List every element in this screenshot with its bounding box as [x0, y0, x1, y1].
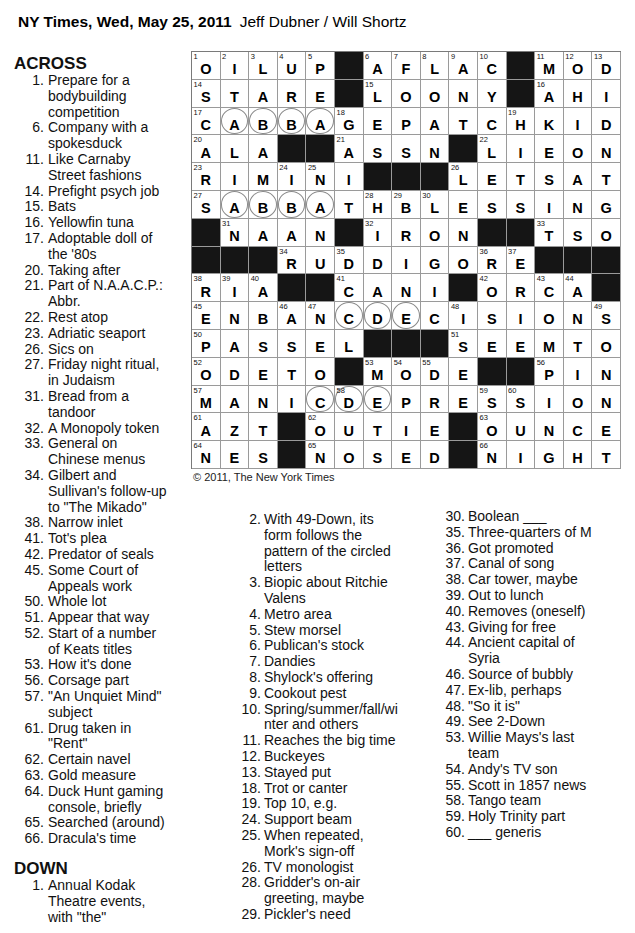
grid-cell[interactable]: S	[249, 441, 278, 469]
grid-cell[interactable]: A	[221, 330, 250, 358]
grid-cell[interactable]: N	[592, 358, 621, 386]
grid-cell[interactable]: B	[249, 108, 278, 136]
grid-cell[interactable]: A	[278, 219, 307, 247]
grid-cell[interactable]: N	[249, 386, 278, 414]
clue-down-18: 18.Trot or canter	[231, 781, 399, 797]
grid-cell[interactable]: E	[364, 108, 393, 136]
grid-cell[interactable]: 35D	[335, 247, 364, 275]
grid-cell[interactable]: Y	[478, 80, 507, 108]
clue-number: 38.	[14, 515, 48, 531]
cell-number: 27	[194, 191, 202, 200]
clue-text: Stew morsel	[264, 623, 398, 639]
clue-number: 28.	[231, 875, 264, 907]
clue-down-49: 49.See 2-Down	[437, 714, 592, 730]
cell-letter: I	[564, 118, 592, 133]
grid-cell[interactable]: D	[364, 302, 393, 330]
grid-cell[interactable]: 39I	[221, 274, 250, 302]
clue-down-37: 37.Canal of song	[437, 556, 592, 572]
grid-cell[interactable]: A	[306, 191, 335, 219]
grid-cell[interactable]: O	[564, 135, 593, 163]
cell-number: 52	[194, 358, 202, 367]
grid-cell[interactable]: 14S	[192, 80, 221, 108]
cell-number: 23	[194, 163, 202, 172]
clue-text: Prepare for a bodybuilding competition	[48, 73, 168, 120]
clue-number: 34.	[14, 468, 48, 515]
grid-cell[interactable]: 61A	[192, 413, 221, 441]
grid-cell[interactable]: I	[507, 135, 536, 163]
cell-number: 19	[508, 108, 516, 117]
grid-cell[interactable]: C	[564, 413, 593, 441]
grid-cell[interactable]: T	[335, 191, 364, 219]
grid-cell[interactable]: A	[249, 135, 278, 163]
grid-cell[interactable]: L	[221, 135, 250, 163]
grid-cell[interactable]: I	[278, 386, 307, 414]
cell-number: 3	[251, 52, 255, 61]
grid-cell[interactable]: G	[592, 191, 621, 219]
grid-cell[interactable]: O	[421, 80, 450, 108]
grid-cell[interactable]: B	[278, 108, 307, 136]
grid-cell[interactable]: S	[364, 135, 393, 163]
clue-down-47: 47.Ex-lib, perhaps	[437, 683, 592, 699]
grid-cell[interactable]: 51S	[449, 330, 478, 358]
grid-cell[interactable]: 34R	[278, 247, 307, 275]
down-clue-list-part3: 30.Boolean ___35.Three-quarters of M36.G…	[437, 509, 592, 841]
grid-cell[interactable]: 41C	[335, 274, 364, 302]
grid-cell[interactable]: 58D	[335, 386, 364, 414]
grid-cell[interactable]: 54O	[392, 358, 421, 386]
grid-cell[interactable]: T	[278, 358, 307, 386]
grid-cell[interactable]: A	[306, 108, 335, 136]
grid-cell[interactable]: 26L	[449, 163, 478, 191]
cell-letter: N	[306, 312, 334, 327]
black-cell	[306, 135, 335, 163]
grid-cell[interactable]: T	[592, 163, 621, 191]
clue-text: Scott in 1857 news	[468, 778, 592, 794]
grid-cell[interactable]: 15L	[364, 80, 393, 108]
grid-cell[interactable]: M	[535, 330, 564, 358]
grid-cell[interactable]: H	[564, 441, 593, 469]
grid-cell[interactable]: M	[249, 163, 278, 191]
grid-cell[interactable]: P	[392, 108, 421, 136]
grid-cell[interactable]: N	[392, 274, 421, 302]
cell-letter: N	[306, 229, 334, 244]
grid-cell[interactable]: 44A	[564, 274, 593, 302]
grid-cell[interactable]: 25N	[306, 163, 335, 191]
cell-letter: Y	[478, 90, 506, 105]
grid-cell[interactable]: 64N	[192, 441, 221, 469]
clue-down-26: 26.TV monologist	[231, 860, 399, 876]
clue-across-33: 33.General on Chinese menus	[14, 436, 172, 468]
grid-cell[interactable]: G	[535, 441, 564, 469]
clue-down-9: 9.Cookout pest	[231, 686, 399, 702]
grid-cell[interactable]: I	[507, 441, 536, 469]
clue-text: TV monologist	[264, 860, 398, 876]
grid-cell[interactable]: 16A	[535, 80, 564, 108]
cell-number: 64	[194, 441, 202, 450]
grid-cell[interactable]: 20A	[192, 135, 221, 163]
grid-cell[interactable]: S	[535, 163, 564, 191]
grid-cell[interactable]: I	[221, 163, 250, 191]
cell-letter: D	[364, 312, 392, 327]
grid-cell[interactable]: 18G	[335, 108, 364, 136]
grid-cell[interactable]: I	[421, 274, 450, 302]
grid-cell[interactable]: T	[364, 413, 393, 441]
grid-cell[interactable]: I	[564, 358, 593, 386]
cell-number: 4	[279, 52, 283, 61]
grid-cell[interactable]: Z	[221, 413, 250, 441]
cell-number: 12	[565, 52, 573, 61]
grid-cell[interactable]: N	[421, 135, 450, 163]
clue-across-23: 23.Adriatic seaport	[14, 326, 172, 342]
grid-cell[interactable]: A	[221, 191, 250, 219]
cell-letter: E	[507, 340, 535, 355]
clue-text: Some Court of Appeals work	[48, 563, 168, 595]
grid-cell[interactable]: S	[249, 330, 278, 358]
grid-cell[interactable]: 45E	[192, 302, 221, 330]
grid-cell[interactable]: N	[592, 135, 621, 163]
grid-cell[interactable]: G	[421, 247, 450, 275]
cell-number: 31	[222, 219, 230, 228]
grid-cell[interactable]: 38R	[192, 274, 221, 302]
grid-cell[interactable]: C	[335, 302, 364, 330]
cell-number: 9	[451, 52, 455, 61]
grid-cell[interactable]: T	[507, 163, 536, 191]
grid-cell[interactable]: 24I	[278, 163, 307, 191]
grid-cell[interactable]: T	[221, 80, 250, 108]
cell-number: 63	[480, 413, 488, 422]
grid-cell[interactable]: E	[392, 441, 421, 469]
cell-number: 30	[422, 191, 430, 200]
clue-number: 36.	[437, 541, 468, 557]
grid-cell[interactable]: N	[449, 80, 478, 108]
grid-cell[interactable]: 50P	[192, 330, 221, 358]
cell-number: 18	[337, 108, 345, 117]
grid-cell[interactable]: 27S	[192, 191, 221, 219]
grid-cell[interactable]: A	[221, 108, 250, 136]
cell-letter: A	[564, 173, 592, 188]
cell-letter: O	[592, 340, 620, 355]
grid-cell[interactable]: E	[306, 80, 335, 108]
grid-cell[interactable]: 62O	[306, 413, 335, 441]
cell-letter: D	[592, 118, 620, 133]
grid-cell[interactable]: 33T	[535, 219, 564, 247]
grid-cell[interactable]: I	[564, 108, 593, 136]
cell-number: 36	[480, 247, 488, 256]
clue-number: 60.	[437, 825, 468, 841]
grid-cell[interactable]: L	[335, 330, 364, 358]
clue-text: Trot or canter	[264, 781, 398, 797]
grid-cell[interactable]: K	[535, 108, 564, 136]
grid-cell[interactable]: C	[478, 108, 507, 136]
grid-cell[interactable]: R	[507, 274, 536, 302]
grid-cell[interactable]: O	[592, 219, 621, 247]
cell-number: 47	[308, 302, 316, 311]
grid-cell[interactable]: 21A	[335, 135, 364, 163]
grid-cell[interactable]: E	[449, 358, 478, 386]
grid-cell[interactable]: 56P	[535, 358, 564, 386]
grid-cell[interactable]: N	[449, 219, 478, 247]
clue-down-4: 4.Metro area	[231, 607, 399, 623]
cell-letter: D	[221, 368, 249, 383]
grid-cell[interactable]: 8L	[421, 52, 450, 80]
grid-cell[interactable]: 43C	[535, 274, 564, 302]
grid-cell[interactable]: 57M	[192, 386, 221, 414]
grid-cell[interactable]: A	[364, 274, 393, 302]
grid-cell[interactable]: 55D	[421, 358, 450, 386]
grid-cell[interactable]: N	[221, 302, 250, 330]
cell-letter: A	[192, 424, 220, 439]
grid-cell[interactable]: N	[535, 413, 564, 441]
cell-letter: E	[392, 451, 420, 466]
clue-number: 40.	[437, 604, 468, 620]
grid-cell[interactable]: N	[306, 219, 335, 247]
clue-text: Adoptable doll of the '80s	[48, 231, 168, 263]
clue-across-27: 27.Friday night ritual, in Judaism	[14, 357, 172, 389]
cell-number: 42	[480, 274, 488, 283]
grid-cell[interactable]: 9A	[449, 52, 478, 80]
grid-cell[interactable]: I	[392, 413, 421, 441]
cell-number: 24	[279, 163, 287, 172]
grid-cell[interactable]: 29B	[392, 191, 421, 219]
cell-letter: I	[278, 173, 306, 188]
grid-cell[interactable]: 1O	[192, 52, 221, 80]
cell-letter: E	[592, 424, 620, 439]
cell-letter: R	[278, 257, 306, 272]
grid-cell[interactable]: E	[392, 302, 421, 330]
cell-letter: A	[221, 118, 249, 133]
grid-cell[interactable]: O	[592, 330, 621, 358]
grid-cell[interactable]: S	[278, 330, 307, 358]
grid-cell[interactable]: 3L	[249, 52, 278, 80]
grid-cell[interactable]: N	[564, 191, 593, 219]
grid-cell[interactable]: O	[421, 219, 450, 247]
grid-cell[interactable]: S	[364, 441, 393, 469]
cell-number: 33	[537, 219, 545, 228]
grid-cell[interactable]: O	[335, 441, 364, 469]
cell-number: 1	[194, 52, 198, 61]
grid-cell[interactable]: 11M	[535, 52, 564, 80]
clue-down-25: 25.When repeated, Mork's sign-off	[231, 828, 399, 860]
grid-cell[interactable]: 17C	[192, 108, 221, 136]
clue-across-61: 61.Drug taken in "Rent"	[14, 721, 172, 753]
cell-letter: N	[449, 90, 477, 105]
grid-cell[interactable]: O	[564, 386, 593, 414]
clue-text: Annual Kodak Theatre events, with "the"	[48, 878, 168, 925]
cell-number: 51	[451, 330, 459, 339]
grid-cell[interactable]: E	[249, 358, 278, 386]
grid-cell[interactable]: 7F	[392, 52, 421, 80]
cell-letter: P	[535, 368, 563, 383]
grid-cell[interactable]: S	[507, 191, 536, 219]
grid-cell[interactable]: A	[564, 163, 593, 191]
grid-cell[interactable]: U	[507, 413, 536, 441]
grid-cell[interactable]: D	[221, 358, 250, 386]
grid-cell[interactable]: E	[221, 441, 250, 469]
grid-cell[interactable]: E	[478, 163, 507, 191]
grid-cell[interactable]: 63O	[478, 413, 507, 441]
grid-cell[interactable]: S	[392, 135, 421, 163]
black-cell	[335, 219, 364, 247]
grid-cell[interactable]: 37E	[507, 247, 536, 275]
grid-cell[interactable]: E	[478, 330, 507, 358]
black-cell	[535, 247, 564, 275]
grid-cell[interactable]: E	[449, 191, 478, 219]
grid-cell[interactable]: I	[535, 191, 564, 219]
grid-cell[interactable]: N	[592, 386, 621, 414]
cell-letter: B	[278, 201, 306, 216]
grid-cell[interactable]: E	[535, 135, 564, 163]
grid-cell[interactable]: 22L	[478, 135, 507, 163]
clue-number: 46.	[437, 667, 468, 683]
clue-text: Bats	[48, 199, 168, 215]
black-cell	[449, 274, 478, 302]
grid-cell[interactable]: C	[306, 386, 335, 414]
grid-cell[interactable]: 53M	[364, 358, 393, 386]
grid-cell[interactable]: R	[392, 219, 421, 247]
cell-letter: N	[306, 173, 334, 188]
grid-cell[interactable]: 66N	[478, 441, 507, 469]
grid-cell[interactable]: T	[249, 413, 278, 441]
cell-number: 14	[194, 80, 202, 89]
cell-letter: E	[449, 368, 477, 383]
grid-cell[interactable]: 10C	[478, 52, 507, 80]
grid-cell[interactable]: 47N	[306, 302, 335, 330]
grid-cell[interactable]: I	[507, 302, 536, 330]
black-cell	[392, 163, 421, 191]
grid-cell[interactable]: S	[478, 191, 507, 219]
grid-cell[interactable]: N	[564, 302, 593, 330]
clue-number: 31.	[14, 389, 48, 421]
clue-text: Spring/summer/fall/winter and others	[264, 702, 398, 734]
grid-cell[interactable]: S	[564, 219, 593, 247]
clue-number: 8.	[231, 670, 264, 686]
clue-across-53: 53.How it's done	[14, 657, 172, 673]
grid-cell[interactable]: E	[449, 386, 478, 414]
cell-letter: O	[192, 368, 220, 383]
grid-cell[interactable]: E	[364, 386, 393, 414]
clue-number: 32.	[14, 421, 48, 437]
clue-down-24: 24.Support beam	[231, 812, 399, 828]
grid-cell[interactable]: T	[592, 441, 621, 469]
grid-cell[interactable]: E	[306, 330, 335, 358]
grid-cell[interactable]: 12O	[564, 52, 593, 80]
grid-cell[interactable]: I	[592, 80, 621, 108]
grid-cell[interactable]: E	[507, 330, 536, 358]
grid-cell[interactable]: 19H	[507, 108, 536, 136]
cell-letter: S	[478, 396, 506, 411]
cell-letter: S	[392, 146, 420, 161]
grid-cell[interactable]: 49S	[592, 302, 621, 330]
cell-letter: H	[364, 201, 392, 216]
grid-cell[interactable]: 2I	[221, 52, 250, 80]
grid-cell[interactable]: A	[221, 386, 250, 414]
grid-cell[interactable]: I	[392, 247, 421, 275]
grid-cell[interactable]: 48I	[449, 302, 478, 330]
cell-number: 29	[394, 191, 402, 200]
grid-cell[interactable]: R	[421, 386, 450, 414]
cell-letter: O	[564, 146, 592, 161]
grid-cell[interactable]: O	[449, 247, 478, 275]
cell-number: 35	[337, 247, 345, 256]
grid-cell[interactable]: 36R	[478, 247, 507, 275]
clue-across-42: 42.Predator of seals	[14, 547, 172, 563]
grid-cell[interactable]: P	[392, 386, 421, 414]
clue-text: Holy Trinity part	[468, 809, 592, 825]
cell-letter: S	[507, 396, 535, 411]
black-cell	[449, 135, 478, 163]
grid-cell[interactable]: 13D	[592, 52, 621, 80]
grid-cell[interactable]: D	[592, 108, 621, 136]
grid-cell[interactable]: B	[278, 191, 307, 219]
clue-down-55: 55.Scott in 1857 news	[437, 778, 592, 794]
grid-cell[interactable]: 40A	[249, 274, 278, 302]
cell-letter: C	[306, 396, 334, 411]
grid-cell[interactable]: T	[564, 330, 593, 358]
grid-cell[interactable]: U	[335, 413, 364, 441]
grid-cell[interactable]: 23R	[192, 163, 221, 191]
cell-letter: R	[392, 229, 420, 244]
cell-letter: A	[449, 62, 477, 77]
clue-number: 44.	[437, 635, 468, 667]
grid-cell[interactable]: 42O	[478, 274, 507, 302]
clue-down-29: 29.Pickler's need	[231, 907, 399, 923]
grid-cell[interactable]: A	[421, 108, 450, 136]
grid-cell[interactable]: I	[535, 386, 564, 414]
grid-cell[interactable]: I	[335, 163, 364, 191]
grid-cell[interactable]: U	[306, 247, 335, 275]
grid-cell[interactable]: E	[421, 413, 450, 441]
grid-cell[interactable]: 28H	[364, 191, 393, 219]
grid-cell[interactable]: 59S	[478, 386, 507, 414]
grid-cell[interactable]: 4U	[278, 52, 307, 80]
grid-cell[interactable]: 46A	[278, 302, 307, 330]
grid-cell[interactable]: 65N	[306, 441, 335, 469]
grid-cell[interactable]: T	[449, 108, 478, 136]
clue-number: 14.	[14, 184, 48, 200]
grid-cell[interactable]: D	[364, 247, 393, 275]
cell-letter: T	[278, 368, 306, 383]
grid-cell[interactable]: 60S	[507, 386, 536, 414]
grid-cell[interactable]: A	[249, 80, 278, 108]
grid-cell[interactable]: 31N	[221, 219, 250, 247]
grid-cell[interactable]: D	[421, 441, 450, 469]
cell-letter: H	[564, 451, 592, 466]
cell-letter: E	[535, 146, 563, 161]
grid-cell[interactable]: 5P	[306, 52, 335, 80]
clue-across-62: 62.Certain navel	[14, 752, 172, 768]
grid-cell[interactable]: A	[249, 219, 278, 247]
grid-cell[interactable]: R	[278, 80, 307, 108]
cell-letter: N	[221, 229, 249, 244]
grid-cell[interactable]: 6A	[364, 52, 393, 80]
grid-cell[interactable]: E	[592, 413, 621, 441]
grid-cell[interactable]: O	[392, 80, 421, 108]
grid-cell[interactable]: 30L	[421, 191, 450, 219]
grid-cell[interactable]: B	[249, 302, 278, 330]
grid-cell[interactable]: B	[249, 191, 278, 219]
grid-cell[interactable]: S	[478, 302, 507, 330]
cell-letter: C	[535, 285, 563, 300]
grid-cell[interactable]: H	[564, 80, 593, 108]
clue-text: Metro area	[264, 607, 398, 623]
grid-cell[interactable]: C	[421, 302, 450, 330]
clue-text: Shylock's offering	[264, 670, 398, 686]
grid-cell[interactable]: 52O	[192, 358, 221, 386]
grid-cell[interactable]: 32I	[364, 219, 393, 247]
grid-cell[interactable]: O	[306, 358, 335, 386]
grid-cell[interactable]: O	[535, 302, 564, 330]
cell-letter: N	[392, 285, 420, 300]
